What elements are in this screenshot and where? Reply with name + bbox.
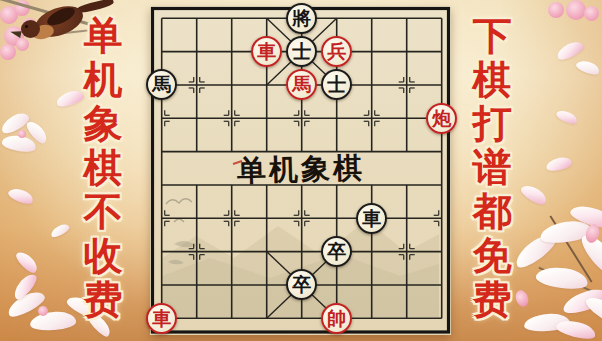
blossom-cluster-icon [540, 0, 602, 100]
banner-char: 下 [473, 16, 512, 55]
banner-char: 棋 [84, 148, 123, 187]
pieces-layer: 將車士兵馬馬士炮車卒卒車帥 [150, 6, 451, 335]
piece-red-chariot-2[interactable]: 車 [146, 303, 177, 334]
banner-char: 不 [84, 192, 123, 231]
petal-icon [545, 155, 573, 172]
banner-char: 棋 [473, 60, 512, 99]
piece-label: 卒 [292, 275, 311, 294]
piece-black-advisor-2[interactable]: 士 [321, 69, 352, 100]
piece-red-horse[interactable]: 馬 [286, 69, 317, 100]
piece-label: 將 [292, 9, 311, 28]
petal-icon [519, 182, 550, 208]
petal-icon [7, 186, 36, 207]
magnolia-icon [512, 196, 602, 341]
piece-black-general[interactable]: 將 [286, 3, 317, 34]
piece-label: 車 [257, 42, 276, 61]
piece-label: 帥 [327, 309, 346, 328]
banner-right: 下棋打谱都免费 [469, 16, 515, 319]
piece-red-cannon[interactable]: 炮 [426, 103, 457, 134]
piece-label: 士 [327, 75, 346, 94]
piece-label: 車 [152, 309, 171, 328]
banner-left: 单机象棋不收费 [80, 16, 126, 319]
banner-char: 费 [473, 280, 512, 319]
piece-black-advisor-1[interactable]: 士 [286, 36, 317, 67]
blossom-cluster-icon [0, 0, 58, 66]
petal-icon [555, 108, 579, 126]
banner-char: 象 [84, 104, 123, 143]
piece-label: 卒 [327, 242, 346, 261]
piece-black-soldier-1[interactable]: 卒 [321, 236, 352, 267]
piece-red-general[interactable]: 帥 [321, 303, 352, 334]
piece-label: 士 [292, 42, 311, 61]
banner-char: 打 [473, 104, 512, 143]
app-root: 单机象棋不收费 下棋打谱都免费 单机象棋 將車士兵馬馬士炮車卒卒車帥 [0, 0, 602, 341]
banner-char: 谱 [473, 148, 512, 187]
xiangqi-board[interactable]: 单机象棋 將車士兵馬馬士炮車卒卒車帥 [150, 6, 451, 335]
piece-black-chariot[interactable]: 車 [356, 203, 387, 234]
banner-char: 都 [473, 192, 512, 231]
piece-label: 馬 [292, 75, 311, 94]
magnolia-icon [0, 112, 60, 170]
piece-label: 炮 [432, 109, 451, 128]
petal-icon [14, 249, 41, 276]
banner-char: 费 [84, 280, 123, 319]
petal-icon [49, 222, 71, 239]
piece-black-horse[interactable]: 馬 [146, 69, 177, 100]
piece-black-soldier-2[interactable]: 卒 [286, 269, 317, 300]
piece-red-chariot-1[interactable]: 車 [251, 36, 282, 67]
banner-char: 单 [84, 16, 123, 55]
piece-label: 車 [362, 209, 381, 228]
banner-char: 收 [84, 236, 123, 275]
piece-red-soldier[interactable]: 兵 [321, 36, 352, 67]
piece-label: 兵 [327, 42, 346, 61]
piece-label: 馬 [152, 75, 171, 94]
banner-char: 免 [473, 236, 512, 275]
banner-char: 机 [84, 60, 123, 99]
